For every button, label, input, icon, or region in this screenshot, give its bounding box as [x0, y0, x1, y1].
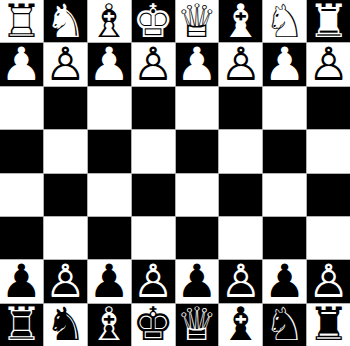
square-d2[interactable]: ♟: [176, 43, 219, 85]
square-c5[interactable]: [219, 174, 262, 216]
white-pawn-piece: ♟: [264, 43, 305, 85]
black-pawn-piece: ♙: [308, 260, 349, 302]
square-e6[interactable]: [132, 217, 175, 259]
square-h7[interactable]: ♟: [0, 260, 43, 302]
square-g2[interactable]: ♙: [44, 43, 87, 85]
square-b6[interactable]: [263, 217, 306, 259]
square-b4[interactable]: [263, 130, 306, 172]
square-a3[interactable]: [307, 87, 350, 129]
black-knight-piece: ♘: [264, 304, 305, 346]
square-e8[interactable]: ♚: [132, 304, 175, 346]
square-g7[interactable]: ♙: [44, 260, 87, 302]
square-c8[interactable]: ♝: [219, 304, 262, 346]
black-bishop-piece: ♝: [220, 304, 261, 346]
square-c3[interactable]: [219, 87, 262, 129]
square-d8[interactable]: ♕: [176, 304, 219, 346]
square-f8[interactable]: ♗: [88, 304, 131, 346]
square-d4[interactable]: [176, 130, 219, 172]
square-g1[interactable]: ♞: [44, 0, 87, 42]
square-h2[interactable]: ♟: [0, 43, 43, 85]
square-e5[interactable]: [132, 174, 175, 216]
square-f1[interactable]: ♗: [88, 0, 131, 42]
square-g4[interactable]: [44, 130, 87, 172]
square-h6[interactable]: [0, 217, 43, 259]
square-e3[interactable]: [132, 87, 175, 129]
white-pawn-piece: ♙: [132, 43, 173, 85]
square-e2[interactable]: ♙: [132, 43, 175, 85]
square-a6[interactable]: [307, 217, 350, 259]
black-pawn-piece: ♟: [89, 260, 130, 302]
black-knight-piece: ♞: [45, 304, 86, 346]
square-b8[interactable]: ♘: [263, 304, 306, 346]
white-bishop-piece: ♝: [220, 0, 261, 42]
square-e7[interactable]: ♙: [132, 260, 175, 302]
square-d7[interactable]: ♟: [176, 260, 219, 302]
square-d3[interactable]: [176, 87, 219, 129]
square-h4[interactable]: [0, 130, 43, 172]
white-rook-piece: ♖: [1, 0, 42, 42]
square-f4[interactable]: [88, 130, 131, 172]
square-b5[interactable]: [263, 174, 306, 216]
square-b3[interactable]: [263, 87, 306, 129]
black-pawn-piece: ♟: [176, 260, 217, 302]
square-g8[interactable]: ♞: [44, 304, 87, 346]
square-g5[interactable]: [44, 174, 87, 216]
square-h1[interactable]: ♖: [0, 0, 43, 42]
square-c6[interactable]: [219, 217, 262, 259]
square-b1[interactable]: ♘: [263, 0, 306, 42]
white-pawn-piece: ♟: [176, 43, 217, 85]
black-pawn-piece: ♙: [132, 260, 173, 302]
white-knight-piece: ♘: [264, 0, 305, 42]
white-queen-piece: ♕: [176, 0, 217, 42]
white-rook-piece: ♜: [308, 0, 349, 42]
square-g3[interactable]: [44, 87, 87, 129]
square-a8[interactable]: ♜: [307, 304, 350, 346]
square-a2[interactable]: ♙: [307, 43, 350, 85]
square-a1[interactable]: ♜: [307, 0, 350, 42]
white-pawn-piece: ♟: [1, 43, 42, 85]
black-pawn-piece: ♟: [264, 260, 305, 302]
square-f7[interactable]: ♟: [88, 260, 131, 302]
square-b2[interactable]: ♟: [263, 43, 306, 85]
square-a7[interactable]: ♙: [307, 260, 350, 302]
black-rook-piece: ♖: [1, 304, 42, 346]
white-knight-piece: ♞: [45, 0, 86, 42]
white-pawn-piece: ♟: [89, 43, 130, 85]
square-c1[interactable]: ♝: [219, 0, 262, 42]
black-pawn-piece: ♙: [220, 260, 261, 302]
square-h5[interactable]: [0, 174, 43, 216]
square-d5[interactable]: [176, 174, 219, 216]
square-d1[interactable]: ♕: [176, 0, 219, 42]
square-a4[interactable]: [307, 130, 350, 172]
square-c7[interactable]: ♙: [219, 260, 262, 302]
square-a5[interactable]: [307, 174, 350, 216]
square-g6[interactable]: [44, 217, 87, 259]
black-rook-piece: ♜: [308, 304, 349, 346]
black-queen-piece: ♕: [176, 304, 217, 346]
black-king-piece: ♚: [132, 304, 173, 346]
white-pawn-piece: ♙: [45, 43, 86, 85]
square-c4[interactable]: [219, 130, 262, 172]
square-d6[interactable]: [176, 217, 219, 259]
white-king-piece: ♚: [132, 0, 173, 42]
white-bishop-piece: ♗: [89, 0, 130, 42]
square-c2[interactable]: ♙: [219, 43, 262, 85]
white-pawn-piece: ♙: [220, 43, 261, 85]
black-pawn-piece: ♙: [45, 260, 86, 302]
square-f3[interactable]: [88, 87, 131, 129]
square-e1[interactable]: ♚: [132, 0, 175, 42]
square-f6[interactable]: [88, 217, 131, 259]
square-f5[interactable]: [88, 174, 131, 216]
square-f2[interactable]: ♟: [88, 43, 131, 85]
square-e4[interactable]: [132, 130, 175, 172]
square-h8[interactable]: ♖: [0, 304, 43, 346]
black-bishop-piece: ♗: [89, 304, 130, 346]
chess-board: ♖♞♗♚♕♝♘♜♟♙♟♙♟♙♟♙♟♙♟♙♟♙♟♙♖♞♗♚♕♝♘♜: [0, 0, 350, 346]
white-pawn-piece: ♙: [308, 43, 349, 85]
square-h3[interactable]: [0, 87, 43, 129]
black-pawn-piece: ♟: [1, 260, 42, 302]
square-b7[interactable]: ♟: [263, 260, 306, 302]
